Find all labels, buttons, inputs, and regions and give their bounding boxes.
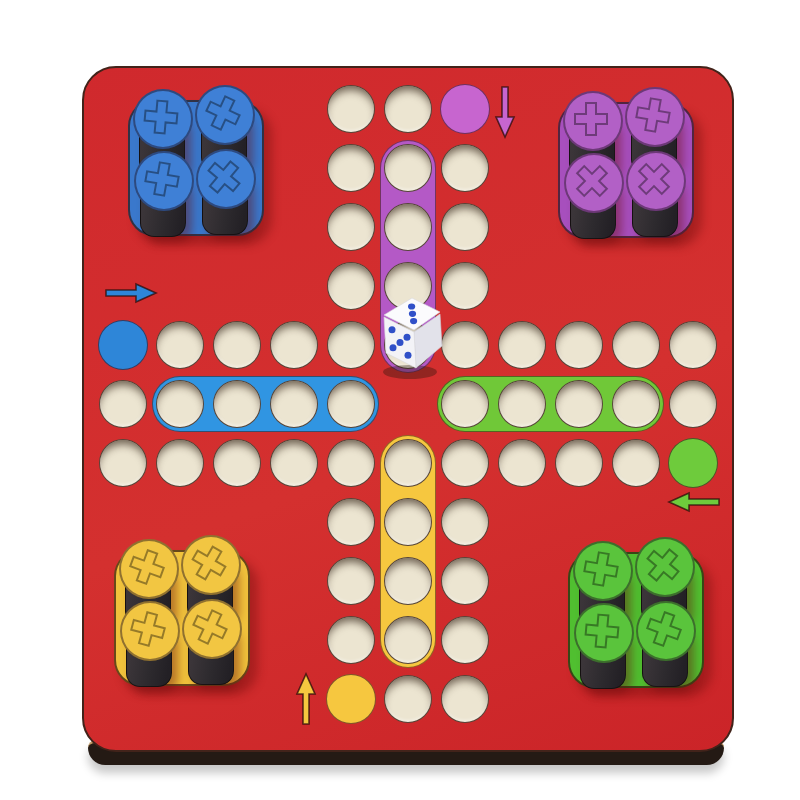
board-hole-c5r1[interactable] bbox=[327, 85, 375, 133]
yellow-peg-1[interactable] bbox=[119, 539, 179, 599]
board-hole-c8r6[interactable] bbox=[498, 380, 546, 428]
green-peg-2[interactable] bbox=[635, 537, 695, 597]
board-hole-c6r3[interactable] bbox=[384, 203, 432, 251]
blue-direction-arrow-icon bbox=[104, 282, 158, 304]
board-hole-c7r11[interactable] bbox=[441, 675, 489, 723]
board-hole-c6r2[interactable] bbox=[384, 144, 432, 192]
purple-direction-arrow-icon bbox=[494, 85, 516, 139]
yellow-peg-3[interactable] bbox=[120, 601, 180, 661]
board-hole-c10r5[interactable] bbox=[612, 321, 660, 369]
board-hole-c5r7[interactable] bbox=[327, 439, 375, 487]
board-hole-c6r10[interactable] bbox=[384, 616, 432, 664]
board-hole-c3r6[interactable] bbox=[213, 380, 261, 428]
board-hole-c4r6[interactable] bbox=[270, 380, 318, 428]
board-hole-c6r1[interactable] bbox=[384, 85, 432, 133]
board-hole-c5r6[interactable] bbox=[327, 380, 375, 428]
board-hole-c7r6[interactable] bbox=[441, 380, 489, 428]
board-hole-c3r7[interactable] bbox=[213, 439, 261, 487]
board-hole-c8r5[interactable] bbox=[498, 321, 546, 369]
board-hole-c2r6[interactable] bbox=[156, 380, 204, 428]
board-hole-c9r5[interactable] bbox=[555, 321, 603, 369]
board-hole-c9r7[interactable] bbox=[555, 439, 603, 487]
board-hole-c5r5[interactable] bbox=[327, 321, 375, 369]
board-hole-c10r7[interactable] bbox=[612, 439, 660, 487]
board-hole-c5r2[interactable] bbox=[327, 144, 375, 192]
board-hole-c7r10[interactable] bbox=[441, 616, 489, 664]
board-hole-c7r7[interactable] bbox=[441, 439, 489, 487]
board-hole-c5r8[interactable] bbox=[327, 498, 375, 546]
board-hole-c5r3[interactable] bbox=[327, 203, 375, 251]
green-peg-1[interactable] bbox=[573, 541, 633, 601]
purple-peg-4[interactable] bbox=[626, 151, 686, 211]
purple-peg-1[interactable] bbox=[563, 91, 623, 151]
board-hole-c7r9[interactable] bbox=[441, 557, 489, 605]
yellow-peg-2[interactable] bbox=[181, 535, 241, 595]
board-hole-c6r11[interactable] bbox=[384, 675, 432, 723]
board-hole-c1r6[interactable] bbox=[99, 380, 147, 428]
green-peg-4[interactable] bbox=[636, 601, 696, 661]
yellow-start-circle[interactable] bbox=[326, 674, 376, 724]
purple-start-circle[interactable] bbox=[440, 84, 490, 134]
board-hole-c4r5[interactable] bbox=[270, 321, 318, 369]
board-hole-c5r10[interactable] bbox=[327, 616, 375, 664]
green-peg-3[interactable] bbox=[574, 603, 634, 663]
board-hole-c7r8[interactable] bbox=[441, 498, 489, 546]
board-hole-c11r5[interactable] bbox=[669, 321, 717, 369]
purple-peg-3[interactable] bbox=[564, 153, 624, 213]
blue-peg-2[interactable] bbox=[195, 85, 255, 145]
board-hole-c2r7[interactable] bbox=[156, 439, 204, 487]
board-hole-c10r6[interactable] bbox=[612, 380, 660, 428]
ludo-board-photo bbox=[0, 0, 800, 800]
yellow-peg-4[interactable] bbox=[182, 599, 242, 659]
board-hole-c9r6[interactable] bbox=[555, 380, 603, 428]
board-hole-c11r6[interactable] bbox=[669, 380, 717, 428]
board-hole-c6r9[interactable] bbox=[384, 557, 432, 605]
board-hole-c6r8[interactable] bbox=[384, 498, 432, 546]
purple-peg-2[interactable] bbox=[625, 87, 685, 147]
yellow-direction-arrow-icon bbox=[295, 672, 317, 726]
board-hole-c3r5[interactable] bbox=[213, 321, 261, 369]
board-hole-c5r4[interactable] bbox=[327, 262, 375, 310]
board-hole-c7r2[interactable] bbox=[441, 144, 489, 192]
board-hole-c4r7[interactable] bbox=[270, 439, 318, 487]
board-hole-c5r9[interactable] bbox=[327, 557, 375, 605]
green-direction-arrow-icon bbox=[667, 491, 721, 513]
blue-peg-4[interactable] bbox=[196, 149, 256, 209]
blue-peg-1[interactable] bbox=[133, 89, 193, 149]
board-hole-c7r3[interactable] bbox=[441, 203, 489, 251]
board-hole-c6r7[interactable] bbox=[384, 439, 432, 487]
green-start-circle[interactable] bbox=[668, 438, 718, 488]
die[interactable] bbox=[370, 290, 454, 382]
board-hole-c2r5[interactable] bbox=[156, 321, 204, 369]
board-hole-c8r7[interactable] bbox=[498, 439, 546, 487]
blue-start-circle[interactable] bbox=[98, 320, 148, 370]
blue-peg-3[interactable] bbox=[134, 151, 194, 211]
board-hole-c1r7[interactable] bbox=[99, 439, 147, 487]
